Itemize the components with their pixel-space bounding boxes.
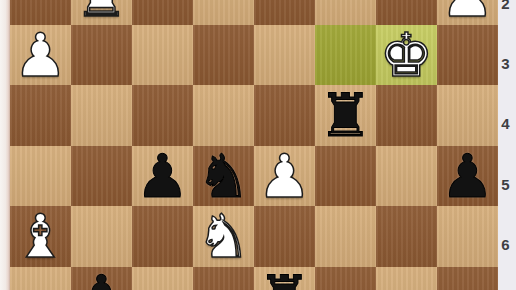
square-f4[interactable] bbox=[132, 85, 193, 145]
square-c2[interactable] bbox=[315, 0, 376, 25]
square-e4[interactable] bbox=[193, 85, 254, 145]
square-c7[interactable] bbox=[315, 267, 376, 290]
square-a3[interactable] bbox=[437, 25, 498, 85]
square-f5[interactable]: ♟ bbox=[132, 146, 193, 206]
rank-label-3: 3 bbox=[498, 56, 513, 72]
square-c5[interactable] bbox=[315, 146, 376, 206]
piece-white-pawn[interactable]: ♟ bbox=[258, 146, 312, 206]
square-b3[interactable]: ♚ bbox=[376, 25, 437, 85]
square-f6[interactable] bbox=[132, 206, 193, 266]
rank-coordinate-strip: 23456 bbox=[498, 0, 516, 290]
square-b7[interactable] bbox=[376, 267, 437, 290]
square-h6[interactable]: ♝ bbox=[10, 206, 71, 266]
piece-black-knight[interactable]: ♞ bbox=[197, 146, 251, 206]
page-edge-strip bbox=[0, 0, 10, 290]
square-g3[interactable] bbox=[71, 25, 132, 85]
rank-label-6: 6 bbox=[498, 237, 513, 253]
board-grid: ♜♟♟♚♜♟♞♟♟♝♞♟♜ bbox=[10, 0, 498, 290]
piece-white-rook[interactable]: ♜ bbox=[75, 0, 129, 25]
square-a7[interactable] bbox=[437, 267, 498, 290]
piece-white-pawn[interactable]: ♟ bbox=[14, 25, 68, 85]
square-g7[interactable]: ♟ bbox=[71, 267, 132, 290]
square-b4[interactable] bbox=[376, 85, 437, 145]
piece-black-pawn[interactable]: ♟ bbox=[136, 146, 190, 206]
square-d4[interactable] bbox=[254, 85, 315, 145]
piece-white-pawn[interactable]: ♟ bbox=[441, 0, 495, 25]
rank-label-4: 4 bbox=[498, 116, 513, 132]
square-h7[interactable] bbox=[10, 267, 71, 290]
square-a4[interactable] bbox=[437, 85, 498, 145]
square-f2[interactable] bbox=[132, 0, 193, 25]
rank-label-5: 5 bbox=[498, 177, 513, 193]
piece-white-king[interactable]: ♚ bbox=[380, 25, 434, 85]
square-d2[interactable] bbox=[254, 0, 315, 25]
square-c6[interactable] bbox=[315, 206, 376, 266]
piece-white-knight[interactable]: ♞ bbox=[197, 206, 251, 266]
square-e3[interactable] bbox=[193, 25, 254, 85]
square-a6[interactable] bbox=[437, 206, 498, 266]
square-c4[interactable]: ♜ bbox=[315, 85, 376, 145]
chess-app-screenshot: ♜♟♟♚♜♟♞♟♟♝♞♟♜ 23456 bbox=[0, 0, 516, 290]
square-a2[interactable]: ♟ bbox=[437, 0, 498, 25]
piece-black-rook[interactable]: ♜ bbox=[319, 85, 373, 145]
square-a5[interactable]: ♟ bbox=[437, 146, 498, 206]
square-b6[interactable] bbox=[376, 206, 437, 266]
square-e5[interactable]: ♞ bbox=[193, 146, 254, 206]
rank-label-2: 2 bbox=[498, 0, 513, 12]
square-d7[interactable]: ♜ bbox=[254, 267, 315, 290]
square-f3[interactable] bbox=[132, 25, 193, 85]
square-g2[interactable]: ♜ bbox=[71, 0, 132, 25]
square-h5[interactable] bbox=[10, 146, 71, 206]
square-d3[interactable] bbox=[254, 25, 315, 85]
square-h4[interactable] bbox=[10, 85, 71, 145]
chess-board: ♜♟♟♚♜♟♞♟♟♝♞♟♜ bbox=[10, 0, 498, 290]
square-g4[interactable] bbox=[71, 85, 132, 145]
square-d5[interactable]: ♟ bbox=[254, 146, 315, 206]
square-e6[interactable]: ♞ bbox=[193, 206, 254, 266]
square-d6[interactable] bbox=[254, 206, 315, 266]
square-b5[interactable] bbox=[376, 146, 437, 206]
square-e7[interactable] bbox=[193, 267, 254, 290]
square-h3[interactable]: ♟ bbox=[10, 25, 71, 85]
piece-black-pawn[interactable]: ♟ bbox=[441, 146, 495, 206]
square-g5[interactable] bbox=[71, 146, 132, 206]
square-g6[interactable] bbox=[71, 206, 132, 266]
square-c3[interactable] bbox=[315, 25, 376, 85]
square-e2[interactable] bbox=[193, 0, 254, 25]
piece-black-pawn[interactable]: ♟ bbox=[75, 267, 129, 290]
piece-black-rook[interactable]: ♜ bbox=[258, 267, 312, 290]
piece-white-bishop[interactable]: ♝ bbox=[14, 206, 68, 266]
square-f7[interactable] bbox=[132, 267, 193, 290]
